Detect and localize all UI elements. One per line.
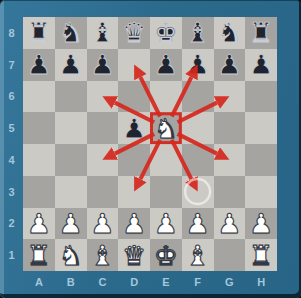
black-king[interactable]: ♚ (150, 17, 182, 49)
square-b1[interactable]: ♞ (55, 239, 87, 271)
square-f3[interactable] (182, 176, 214, 208)
square-e5[interactable]: ♞ (150, 112, 182, 144)
black-pawn[interactable]: ♟ (55, 49, 87, 81)
square-g2[interactable]: ♟ (214, 208, 246, 240)
file-label-b: B (55, 270, 87, 294)
rank-label-4: 4 (0, 144, 23, 176)
file-label-f: F (182, 270, 214, 294)
square-h6[interactable] (245, 81, 277, 113)
white-bishop[interactable]: ♝ (182, 239, 214, 271)
black-pawn[interactable]: ♟ (245, 49, 277, 81)
black-knight[interactable]: ♞ (214, 17, 246, 49)
rank-label-6: 6 (0, 81, 23, 113)
square-b6[interactable] (55, 81, 87, 113)
file-label-h: H (245, 270, 277, 294)
square-f4[interactable] (182, 144, 214, 176)
file-label-g: G (214, 270, 246, 294)
square-h5[interactable] (245, 112, 277, 144)
rank-labels: 87654321 (0, 17, 23, 271)
black-rook[interactable]: ♜ (23, 17, 55, 49)
square-e3[interactable] (150, 176, 182, 208)
square-f6[interactable] (182, 81, 214, 113)
white-pawn[interactable]: ♟ (118, 208, 150, 240)
square-f7[interactable]: ♟ (182, 49, 214, 81)
square-e8[interactable]: ♚ (150, 17, 182, 49)
white-knight[interactable]: ♞ (55, 239, 87, 271)
white-knight[interactable]: ♞ (150, 112, 182, 144)
white-pawn[interactable]: ♟ (23, 208, 55, 240)
square-h1[interactable]: ♜ (245, 239, 277, 271)
black-pawn[interactable]: ♟ (182, 49, 214, 81)
square-g7[interactable]: ♟ (214, 49, 246, 81)
white-pawn[interactable]: ♟ (214, 208, 246, 240)
square-a8[interactable]: ♜ (23, 17, 55, 49)
square-b7[interactable]: ♟ (55, 49, 87, 81)
square-d5[interactable]: ♟ (118, 112, 150, 144)
square-a2[interactable]: ♟ (23, 208, 55, 240)
black-queen[interactable]: ♛ (118, 17, 150, 49)
square-a3[interactable] (23, 176, 55, 208)
white-pawn[interactable]: ♟ (245, 208, 277, 240)
square-g1[interactable] (214, 239, 246, 271)
square-a4[interactable] (23, 144, 55, 176)
square-b2[interactable]: ♟ (55, 208, 87, 240)
square-a7[interactable]: ♟ (23, 49, 55, 81)
rank-label-3: 3 (0, 176, 23, 208)
square-e6[interactable] (150, 81, 182, 113)
square-b5[interactable] (55, 112, 87, 144)
square-d8[interactable]: ♛ (118, 17, 150, 49)
black-pawn[interactable]: ♟ (150, 49, 182, 81)
black-bishop[interactable]: ♝ (182, 17, 214, 49)
square-c7[interactable]: ♟ (87, 49, 119, 81)
file-label-a: A (23, 270, 55, 294)
black-rook[interactable]: ♜ (245, 17, 277, 49)
square-e4[interactable] (150, 144, 182, 176)
black-pawn[interactable]: ♟ (214, 49, 246, 81)
black-pawn[interactable]: ♟ (23, 49, 55, 81)
square-h7[interactable]: ♟ (245, 49, 277, 81)
square-d3[interactable] (118, 176, 150, 208)
square-c2[interactable]: ♟ (87, 208, 119, 240)
square-d6[interactable] (118, 81, 150, 113)
square-d7[interactable] (118, 49, 150, 81)
square-b8[interactable]: ♞ (55, 17, 87, 49)
square-h3[interactable] (245, 176, 277, 208)
file-label-e: E (150, 270, 182, 294)
white-pawn[interactable]: ♟ (55, 208, 87, 240)
rank-label-7: 7 (0, 49, 23, 81)
square-h2[interactable]: ♟ (245, 208, 277, 240)
square-h4[interactable] (245, 144, 277, 176)
chess-board-frame: 87654321 ♜♞♝♛♚♝♞♜♟♟♟♟♟♟♟♟♞♟♟♟♟♟♟♟♟♜♞♝♛♚♝… (0, 0, 301, 298)
black-bishop[interactable]: ♝ (87, 17, 119, 49)
square-f2[interactable]: ♟ (182, 208, 214, 240)
square-b4[interactable] (55, 144, 87, 176)
square-c5[interactable] (87, 112, 119, 144)
chess-board[interactable]: ♜♞♝♛♚♝♞♜♟♟♟♟♟♟♟♟♞♟♟♟♟♟♟♟♟♜♞♝♛♚♝♜ (23, 17, 277, 271)
square-f1[interactable]: ♝ (182, 239, 214, 271)
square-a6[interactable] (23, 81, 55, 113)
white-rook[interactable]: ♜ (245, 239, 277, 271)
black-pawn[interactable]: ♟ (118, 112, 150, 144)
square-e2[interactable]: ♟ (150, 208, 182, 240)
square-g5[interactable] (214, 112, 246, 144)
square-c1[interactable]: ♝ (87, 239, 119, 271)
square-d2[interactable]: ♟ (118, 208, 150, 240)
rank-label-5: 5 (0, 112, 23, 144)
white-pawn[interactable]: ♟ (87, 208, 119, 240)
square-a5[interactable] (23, 112, 55, 144)
square-g6[interactable] (214, 81, 246, 113)
square-g3[interactable] (214, 176, 246, 208)
square-g4[interactable] (214, 144, 246, 176)
square-h8[interactable]: ♜ (245, 17, 277, 49)
file-labels: ABCDEFGH (23, 270, 277, 294)
square-c4[interactable] (87, 144, 119, 176)
white-rook[interactable]: ♜ (23, 239, 55, 271)
square-c3[interactable] (87, 176, 119, 208)
square-f5[interactable] (182, 112, 214, 144)
file-label-d: D (118, 270, 150, 294)
rank-label-2: 2 (0, 208, 23, 240)
white-king[interactable]: ♚ (150, 239, 182, 271)
white-bishop[interactable]: ♝ (87, 239, 119, 271)
black-pawn[interactable]: ♟ (87, 49, 119, 81)
white-pawn[interactable]: ♟ (150, 208, 182, 240)
square-e1[interactable]: ♚ (150, 239, 182, 271)
square-d1[interactable]: ♛ (118, 239, 150, 271)
square-b3[interactable] (55, 176, 87, 208)
white-queen[interactable]: ♛ (118, 239, 150, 271)
square-c8[interactable]: ♝ (87, 17, 119, 49)
square-d4[interactable] (118, 144, 150, 176)
square-f8[interactable]: ♝ (182, 17, 214, 49)
square-e7[interactable]: ♟ (150, 49, 182, 81)
square-a1[interactable]: ♜ (23, 239, 55, 271)
white-pawn[interactable]: ♟ (182, 208, 214, 240)
black-knight[interactable]: ♞ (55, 17, 87, 49)
file-label-c: C (87, 270, 119, 294)
square-c6[interactable] (87, 81, 119, 113)
square-g8[interactable]: ♞ (214, 17, 246, 49)
rank-label-8: 8 (0, 17, 23, 49)
rank-label-1: 1 (0, 239, 23, 271)
